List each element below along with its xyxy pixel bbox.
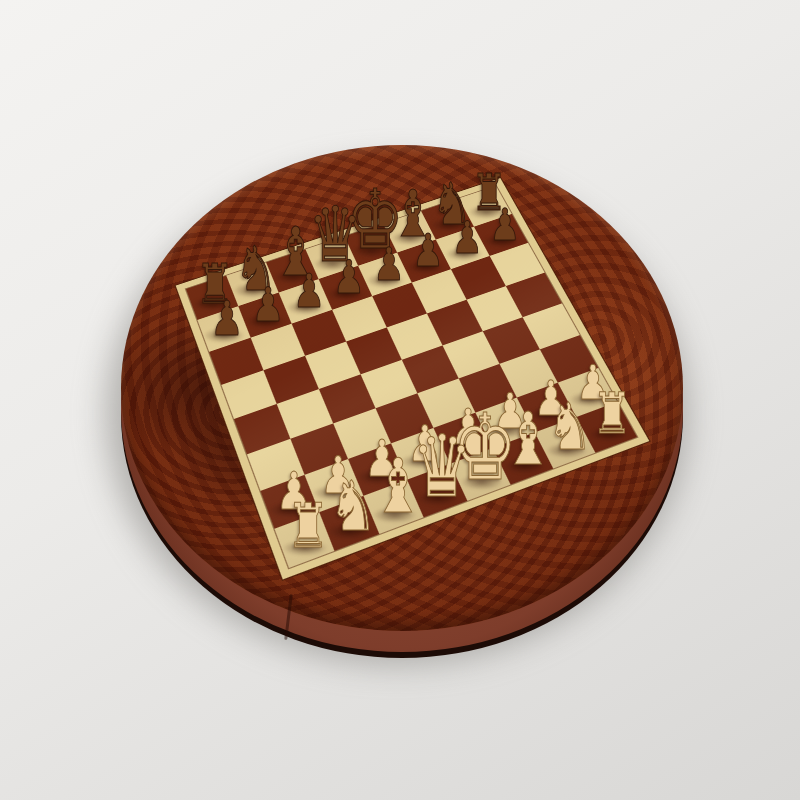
chessboard-photo: ♜♞♝♛♚♝♞♜♟♟♟♟♟♟♟♟♟♟♟♟♟♟♟♟♜♞♝♛♚♝♞♜ — [0, 0, 800, 800]
